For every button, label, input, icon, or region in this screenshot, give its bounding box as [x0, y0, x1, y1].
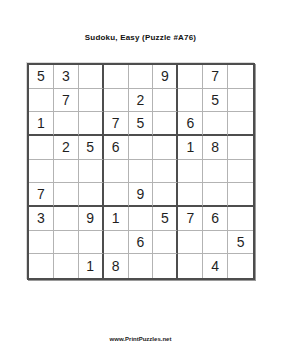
cell-r7c4[interactable]: 1	[104, 207, 129, 231]
given-digit: 9	[161, 69, 169, 83]
cell-r3c6[interactable]	[153, 112, 178, 136]
cell-r3c9[interactable]	[228, 112, 253, 136]
cell-r1c3[interactable]	[79, 65, 104, 89]
cell-r3c2[interactable]	[54, 112, 79, 136]
given-digit: 4	[211, 259, 219, 273]
cell-r6c7[interactable]	[178, 183, 203, 207]
cell-r2c8[interactable]: 5	[203, 89, 228, 113]
page-title: Sudoku, Easy (Puzzle #A76)	[0, 33, 281, 42]
cell-r7c6[interactable]: 5	[153, 207, 178, 231]
cell-r9c4[interactable]: 8	[104, 254, 129, 278]
cell-r2c5[interactable]: 2	[129, 89, 154, 113]
given-digit: 5	[86, 140, 94, 154]
cell-r6c5[interactable]: 9	[129, 183, 154, 207]
cell-r7c1[interactable]: 3	[29, 207, 54, 231]
cell-r6c9[interactable]	[228, 183, 253, 207]
cell-r5c6[interactable]	[153, 160, 178, 184]
cell-r6c4[interactable]	[104, 183, 129, 207]
cell-r1c8[interactable]: 7	[203, 65, 228, 89]
given-digit: 6	[211, 211, 219, 225]
cell-r8c2[interactable]	[54, 231, 79, 255]
cell-r4c2[interactable]: 2	[54, 136, 79, 160]
given-digit: 3	[37, 211, 45, 225]
cell-r2c4[interactable]	[104, 89, 129, 113]
cell-r9c9[interactable]	[228, 254, 253, 278]
cell-r4c4[interactable]: 6	[104, 136, 129, 160]
cell-r2c7[interactable]	[178, 89, 203, 113]
cell-r2c3[interactable]	[79, 89, 104, 113]
given-digit: 1	[112, 211, 120, 225]
cell-r3c8[interactable]	[203, 112, 228, 136]
cell-r7c5[interactable]	[129, 207, 154, 231]
cell-r5c3[interactable]	[79, 160, 104, 184]
cell-r4c1[interactable]	[29, 136, 54, 160]
cell-r5c5[interactable]	[129, 160, 154, 184]
cell-r7c7[interactable]: 7	[178, 207, 203, 231]
given-digit: 7	[186, 211, 194, 225]
given-digit: 6	[112, 140, 120, 154]
cell-r7c8[interactable]: 6	[203, 207, 228, 231]
cell-r7c3[interactable]: 9	[79, 207, 104, 231]
given-digit: 5	[211, 93, 219, 107]
given-digit: 9	[86, 211, 94, 225]
cell-r5c1[interactable]	[29, 160, 54, 184]
cell-r8c7[interactable]	[178, 231, 203, 255]
cell-r1c5[interactable]	[129, 65, 154, 89]
cell-r1c7[interactable]	[178, 65, 203, 89]
cell-r5c7[interactable]	[178, 160, 203, 184]
cell-r4c7[interactable]: 1	[178, 136, 203, 160]
cell-r6c8[interactable]	[203, 183, 228, 207]
cell-r6c3[interactable]	[79, 183, 104, 207]
cell-r2c9[interactable]	[228, 89, 253, 113]
cell-r3c5[interactable]: 5	[129, 112, 154, 136]
given-digit: 8	[112, 259, 120, 273]
given-digit: 5	[137, 116, 145, 130]
cell-r4c5[interactable]	[129, 136, 154, 160]
cell-r5c9[interactable]	[228, 160, 253, 184]
cell-r9c6[interactable]	[153, 254, 178, 278]
cell-r4c3[interactable]: 5	[79, 136, 104, 160]
given-digit: 8	[211, 140, 219, 154]
cell-r5c4[interactable]	[104, 160, 129, 184]
cell-r9c5[interactable]	[129, 254, 154, 278]
cell-r8c8[interactable]	[203, 231, 228, 255]
cell-r4c9[interactable]	[228, 136, 253, 160]
given-digit: 7	[37, 187, 45, 201]
cell-r1c9[interactable]	[228, 65, 253, 89]
given-digit: 1	[37, 116, 45, 130]
cell-r9c8[interactable]: 4	[203, 254, 228, 278]
cell-r4c8[interactable]: 8	[203, 136, 228, 160]
given-digit: 6	[137, 235, 145, 249]
footer-url: www.PrintPuzzles.net	[0, 336, 281, 342]
cell-r6c1[interactable]: 7	[29, 183, 54, 207]
cell-r3c7[interactable]: 6	[178, 112, 203, 136]
cell-r1c6[interactable]: 9	[153, 65, 178, 89]
given-digit: 2	[62, 140, 70, 154]
cell-r7c9[interactable]	[228, 207, 253, 231]
cell-r1c2[interactable]: 3	[54, 65, 79, 89]
given-digit: 5	[237, 235, 245, 249]
cell-r9c7[interactable]	[178, 254, 203, 278]
cell-r5c8[interactable]	[203, 160, 228, 184]
given-digit: 7	[62, 93, 70, 107]
given-digit: 3	[62, 69, 70, 83]
cell-r6c6[interactable]	[153, 183, 178, 207]
given-digit: 9	[137, 187, 145, 201]
cell-r8c4[interactable]	[104, 231, 129, 255]
given-digit: 6	[186, 116, 194, 130]
puzzle-page: Sudoku, Easy (Puzzle #A76) 5397725175625…	[0, 0, 281, 363]
cell-r1c4[interactable]	[104, 65, 129, 89]
given-digit: 5	[161, 211, 169, 225]
cell-r9c2[interactable]	[54, 254, 79, 278]
cell-r6c2[interactable]	[54, 183, 79, 207]
given-digit: 7	[112, 116, 120, 130]
given-digit: 7	[211, 69, 219, 83]
cell-r2c2[interactable]: 7	[54, 89, 79, 113]
cell-r7c2[interactable]	[54, 207, 79, 231]
cell-r8c9[interactable]: 5	[228, 231, 253, 255]
cell-r2c1[interactable]	[29, 89, 54, 113]
given-digit: 5	[37, 69, 45, 83]
cell-r3c4[interactable]: 7	[104, 112, 129, 136]
sudoku-board: 53977251756256187939157665184	[27, 63, 255, 280]
cell-r8c6[interactable]	[153, 231, 178, 255]
cell-r9c3[interactable]: 1	[79, 254, 104, 278]
cell-r3c1[interactable]: 1	[29, 112, 54, 136]
cell-r9c1[interactable]	[29, 254, 54, 278]
given-digit: 1	[186, 140, 194, 154]
given-digit: 2	[137, 93, 145, 107]
cell-r8c5[interactable]: 6	[129, 231, 154, 255]
cell-r1c1[interactable]: 5	[29, 65, 54, 89]
cell-r3c3[interactable]	[79, 112, 104, 136]
cell-r2c6[interactable]	[153, 89, 178, 113]
cell-r8c1[interactable]	[29, 231, 54, 255]
cell-r4c6[interactable]	[153, 136, 178, 160]
cell-r5c2[interactable]	[54, 160, 79, 184]
cell-r8c3[interactable]	[79, 231, 104, 255]
given-digit: 1	[86, 259, 94, 273]
